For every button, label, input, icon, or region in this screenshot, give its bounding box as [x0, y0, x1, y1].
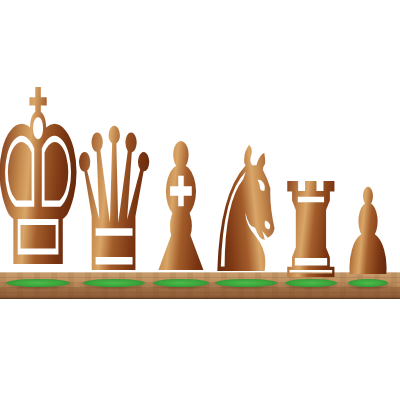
chess-set-photo: ♚ ♛ ♝ ♞ ♜ ♟ [0, 0, 400, 400]
pawn-glyph: ♟ [337, 174, 399, 294]
